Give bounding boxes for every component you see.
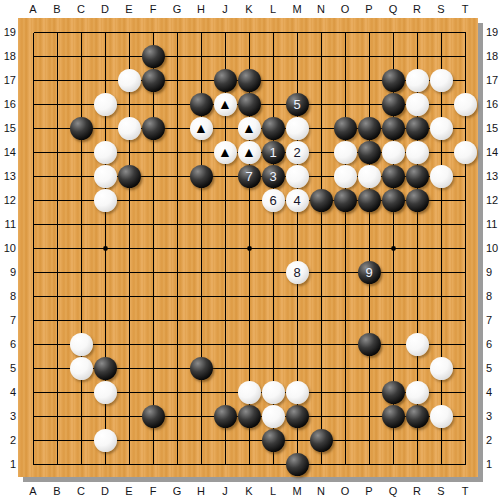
row-label: 11 bbox=[0, 212, 16, 236]
black-stone[interactable] bbox=[382, 165, 405, 188]
white-stone[interactable] bbox=[334, 141, 357, 164]
board-point-H16[interactable] bbox=[189, 92, 213, 116]
move-number: 2 bbox=[293, 146, 300, 159]
black-stone[interactable] bbox=[310, 429, 333, 452]
white-stone[interactable] bbox=[94, 165, 117, 188]
board-point-E15[interactable] bbox=[117, 116, 141, 140]
black-stone[interactable] bbox=[286, 453, 309, 476]
row-label: 12 bbox=[0, 188, 16, 212]
board-point-K15[interactable]: ▲ bbox=[237, 116, 261, 140]
column-labels-bottom: ABCDEFGHJKLMNOPQRST bbox=[21, 482, 477, 499]
board-point-P6[interactable] bbox=[357, 332, 381, 356]
row-label: 14 bbox=[0, 140, 16, 164]
board-point-L14[interactable]: 1 bbox=[261, 140, 285, 164]
black-stone[interactable]: 7 bbox=[238, 165, 261, 188]
column-label: A bbox=[21, 3, 45, 15]
black-stone[interactable] bbox=[382, 405, 405, 428]
board-point-Q16[interactable] bbox=[381, 92, 405, 116]
column-label: R bbox=[405, 485, 429, 497]
board-point-H13[interactable] bbox=[189, 164, 213, 188]
triangle-mark-icon: ▲ bbox=[218, 97, 232, 111]
white-stone[interactable]: ▲ bbox=[238, 141, 261, 164]
board-point-R13[interactable] bbox=[405, 164, 429, 188]
black-stone[interactable] bbox=[286, 405, 309, 428]
board-point-H15[interactable]: ▲ bbox=[189, 116, 213, 140]
black-stone[interactable] bbox=[358, 333, 381, 356]
row-label: 13 bbox=[0, 164, 16, 188]
white-stone[interactable] bbox=[406, 381, 429, 404]
board-point-Q4[interactable] bbox=[381, 380, 405, 404]
column-label: L bbox=[261, 3, 285, 15]
board-point-H5[interactable] bbox=[189, 356, 213, 380]
board-point-K13[interactable]: 7 bbox=[237, 164, 261, 188]
board-point-P13[interactable] bbox=[357, 164, 381, 188]
row-label: 17 bbox=[486, 68, 500, 92]
board-point-P15[interactable] bbox=[357, 116, 381, 140]
move-number: 3 bbox=[269, 170, 276, 183]
black-stone[interactable]: 1 bbox=[262, 141, 285, 164]
black-stone[interactable] bbox=[310, 189, 333, 212]
board-point-R17[interactable] bbox=[405, 68, 429, 92]
black-stone[interactable] bbox=[406, 117, 429, 140]
row-label: 14 bbox=[486, 140, 500, 164]
board-point-O15[interactable] bbox=[333, 116, 357, 140]
column-label: K bbox=[237, 3, 261, 15]
white-stone[interactable] bbox=[430, 69, 453, 92]
board-point-R15[interactable] bbox=[405, 116, 429, 140]
white-stone[interactable] bbox=[430, 165, 453, 188]
board-point-M4[interactable] bbox=[285, 380, 309, 404]
row-label: 12 bbox=[486, 188, 500, 212]
board-point-Q13[interactable] bbox=[381, 164, 405, 188]
board-point-K4[interactable] bbox=[237, 380, 261, 404]
black-stone[interactable] bbox=[142, 69, 165, 92]
row-label: 10 bbox=[0, 236, 16, 260]
board-point-D2[interactable] bbox=[93, 428, 117, 452]
row-label: 18 bbox=[0, 44, 16, 68]
black-stone[interactable] bbox=[406, 165, 429, 188]
black-stone[interactable] bbox=[238, 93, 261, 116]
board-point-O12[interactable] bbox=[333, 188, 357, 212]
white-stone[interactable]: 8 bbox=[286, 261, 309, 284]
move-number: 4 bbox=[293, 194, 300, 207]
column-label: P bbox=[357, 3, 381, 15]
board-point-R14[interactable] bbox=[405, 140, 429, 164]
column-label: M bbox=[285, 3, 309, 15]
row-label: 3 bbox=[486, 404, 500, 428]
board-point-M15[interactable] bbox=[285, 116, 309, 140]
column-label: J bbox=[213, 3, 237, 15]
move-number: 8 bbox=[293, 266, 300, 279]
white-stone[interactable] bbox=[94, 93, 117, 116]
black-stone[interactable] bbox=[382, 93, 405, 116]
black-stone[interactable]: 9 bbox=[358, 261, 381, 284]
board-point-O13[interactable] bbox=[333, 164, 357, 188]
row-label: 19 bbox=[0, 20, 16, 44]
black-stone[interactable] bbox=[382, 189, 405, 212]
white-stone[interactable]: ▲ bbox=[190, 117, 213, 140]
board-point-R3[interactable] bbox=[405, 404, 429, 428]
white-stone[interactable] bbox=[70, 357, 93, 380]
row-label: 8 bbox=[486, 284, 500, 308]
column-label: C bbox=[69, 3, 93, 15]
row-label: 5 bbox=[486, 356, 500, 380]
white-stone[interactable]: ▲ bbox=[214, 141, 237, 164]
board-point-R6[interactable] bbox=[405, 332, 429, 356]
column-labels-top: ABCDEFGHJKLMNOPQRST bbox=[21, 0, 477, 17]
row-label: 6 bbox=[0, 332, 16, 356]
black-stone[interactable] bbox=[190, 93, 213, 116]
row-labels-left: 19181716151413121110987654321 bbox=[0, 20, 16, 476]
black-stone[interactable] bbox=[382, 381, 405, 404]
column-label: O bbox=[333, 485, 357, 497]
move-number: 5 bbox=[293, 98, 300, 111]
black-stone[interactable] bbox=[358, 141, 381, 164]
board-point-T14[interactable] bbox=[453, 140, 477, 164]
board-point-D5[interactable] bbox=[93, 356, 117, 380]
black-stone[interactable] bbox=[190, 165, 213, 188]
column-label: S bbox=[429, 3, 453, 15]
column-label: G bbox=[165, 485, 189, 497]
board-point-D14[interactable] bbox=[93, 140, 117, 164]
triangle-mark-icon: ▲ bbox=[242, 121, 256, 135]
column-label: O bbox=[333, 3, 357, 15]
board-point-F17[interactable] bbox=[141, 68, 165, 92]
black-stone[interactable] bbox=[142, 45, 165, 68]
white-stone[interactable] bbox=[334, 165, 357, 188]
column-label: T bbox=[453, 485, 477, 497]
board-point-S15[interactable] bbox=[429, 116, 453, 140]
white-stone[interactable] bbox=[406, 141, 429, 164]
row-label: 8 bbox=[0, 284, 16, 308]
board-point-L13[interactable]: 3 bbox=[261, 164, 285, 188]
white-stone[interactable]: 2 bbox=[286, 141, 309, 164]
board-grid[interactable]: 51739▲▲▲▲▲2648 bbox=[21, 20, 477, 476]
board-point-E13[interactable] bbox=[117, 164, 141, 188]
board-point-M13[interactable] bbox=[285, 164, 309, 188]
board-point-P12[interactable] bbox=[357, 188, 381, 212]
black-stone[interactable] bbox=[94, 357, 117, 380]
board-point-M12[interactable]: 4 bbox=[285, 188, 309, 212]
board-point-R12[interactable] bbox=[405, 188, 429, 212]
row-label: 1 bbox=[486, 452, 500, 476]
black-stone[interactable] bbox=[262, 117, 285, 140]
board-point-K14[interactable]: ▲ bbox=[237, 140, 261, 164]
column-label: D bbox=[93, 485, 117, 497]
row-label: 9 bbox=[486, 260, 500, 284]
board-point-D4[interactable] bbox=[93, 380, 117, 404]
row-label: 16 bbox=[0, 92, 16, 116]
board-point-F3[interactable] bbox=[141, 404, 165, 428]
board-point-F18[interactable] bbox=[141, 44, 165, 68]
white-stone[interactable] bbox=[358, 165, 381, 188]
board-point-P14[interactable] bbox=[357, 140, 381, 164]
row-labels-right: 19181716151413121110987654321 bbox=[486, 20, 500, 476]
board-point-S5[interactable] bbox=[429, 356, 453, 380]
column-label: R bbox=[405, 3, 429, 15]
black-stone[interactable] bbox=[190, 357, 213, 380]
row-label: 19 bbox=[486, 20, 500, 44]
white-stone[interactable] bbox=[406, 69, 429, 92]
board-point-M3[interactable] bbox=[285, 404, 309, 428]
white-stone[interactable] bbox=[430, 405, 453, 428]
column-label: P bbox=[357, 485, 381, 497]
board-point-P9[interactable]: 9 bbox=[357, 260, 381, 284]
column-label: Q bbox=[381, 3, 405, 15]
board-point-N2[interactable] bbox=[309, 428, 333, 452]
row-label: 16 bbox=[486, 92, 500, 116]
row-label: 7 bbox=[0, 308, 16, 332]
column-label: B bbox=[45, 485, 69, 497]
row-label: 6 bbox=[486, 332, 500, 356]
black-stone[interactable] bbox=[118, 165, 141, 188]
black-stone[interactable] bbox=[406, 405, 429, 428]
board-point-K16[interactable] bbox=[237, 92, 261, 116]
black-stone[interactable] bbox=[262, 429, 285, 452]
move-number: 7 bbox=[245, 170, 252, 183]
row-label: 15 bbox=[486, 116, 500, 140]
column-label: A bbox=[21, 485, 45, 497]
white-stone[interactable] bbox=[430, 117, 453, 140]
row-label: 17 bbox=[0, 68, 16, 92]
row-label: 10 bbox=[486, 236, 500, 260]
triangle-mark-icon: ▲ bbox=[194, 121, 208, 135]
white-stone[interactable] bbox=[286, 381, 309, 404]
white-stone[interactable]: 4 bbox=[286, 189, 309, 212]
column-label: L bbox=[261, 485, 285, 497]
board-point-E17[interactable] bbox=[117, 68, 141, 92]
board-point-L12[interactable]: 6 bbox=[261, 188, 285, 212]
board-point-Q12[interactable] bbox=[381, 188, 405, 212]
board-point-L15[interactable] bbox=[261, 116, 285, 140]
board-point-L2[interactable] bbox=[261, 428, 285, 452]
white-stone[interactable] bbox=[94, 381, 117, 404]
board-point-S13[interactable] bbox=[429, 164, 453, 188]
black-stone[interactable] bbox=[214, 69, 237, 92]
board-point-D12[interactable] bbox=[93, 188, 117, 212]
row-label: 13 bbox=[486, 164, 500, 188]
board-point-K3[interactable] bbox=[237, 404, 261, 428]
row-label: 9 bbox=[0, 260, 16, 284]
column-label: K bbox=[237, 485, 261, 497]
column-label: T bbox=[453, 3, 477, 15]
board-point-Q17[interactable] bbox=[381, 68, 405, 92]
white-stone[interactable] bbox=[238, 381, 261, 404]
board-point-M9[interactable]: 8 bbox=[285, 260, 309, 284]
board-point-R16[interactable] bbox=[405, 92, 429, 116]
board-point-Q3[interactable] bbox=[381, 404, 405, 428]
move-number: 1 bbox=[269, 146, 276, 159]
white-stone[interactable] bbox=[94, 429, 117, 452]
white-stone[interactable]: 6 bbox=[262, 189, 285, 212]
column-label: E bbox=[117, 485, 141, 497]
white-stone[interactable] bbox=[406, 93, 429, 116]
row-label: 1 bbox=[0, 452, 16, 476]
white-stone[interactable] bbox=[118, 69, 141, 92]
board-point-M14[interactable]: 2 bbox=[285, 140, 309, 164]
column-label: S bbox=[429, 485, 453, 497]
black-stone[interactable] bbox=[70, 117, 93, 140]
column-label: N bbox=[309, 485, 333, 497]
move-number: 9 bbox=[365, 266, 372, 279]
black-stone[interactable] bbox=[382, 69, 405, 92]
black-stone[interactable] bbox=[334, 189, 357, 212]
white-stone[interactable] bbox=[454, 141, 477, 164]
board-point-N12[interactable] bbox=[309, 188, 333, 212]
board-point-S3[interactable] bbox=[429, 404, 453, 428]
board-point-M1[interactable] bbox=[285, 452, 309, 476]
board-point-R4[interactable] bbox=[405, 380, 429, 404]
column-label: G bbox=[165, 3, 189, 15]
column-label: H bbox=[189, 485, 213, 497]
white-stone[interactable] bbox=[406, 333, 429, 356]
board-point-C15[interactable] bbox=[69, 116, 93, 140]
row-label: 4 bbox=[0, 380, 16, 404]
triangle-mark-icon: ▲ bbox=[242, 145, 256, 159]
white-stone[interactable] bbox=[262, 381, 285, 404]
move-number: 6 bbox=[269, 194, 276, 207]
column-label: N bbox=[309, 3, 333, 15]
row-label: 4 bbox=[486, 380, 500, 404]
column-label: F bbox=[141, 3, 165, 15]
board-point-L3[interactable] bbox=[261, 404, 285, 428]
black-stone[interactable] bbox=[406, 189, 429, 212]
black-stone[interactable] bbox=[382, 117, 405, 140]
board-point-S17[interactable] bbox=[429, 68, 453, 92]
row-label: 11 bbox=[486, 212, 500, 236]
white-stone[interactable]: ▲ bbox=[214, 93, 237, 116]
board-point-Q15[interactable] bbox=[381, 116, 405, 140]
black-stone[interactable] bbox=[142, 117, 165, 140]
board-point-J16[interactable]: ▲ bbox=[213, 92, 237, 116]
triangle-mark-icon: ▲ bbox=[218, 145, 232, 159]
board-point-J3[interactable] bbox=[213, 404, 237, 428]
white-stone[interactable] bbox=[94, 141, 117, 164]
black-stone[interactable] bbox=[214, 405, 237, 428]
board-point-L4[interactable] bbox=[261, 380, 285, 404]
board-point-F15[interactable] bbox=[141, 116, 165, 140]
column-label: B bbox=[45, 3, 69, 15]
row-label: 2 bbox=[486, 428, 500, 452]
white-stone[interactable]: ▲ bbox=[238, 117, 261, 140]
board-point-C5[interactable] bbox=[69, 356, 93, 380]
white-stone[interactable] bbox=[94, 189, 117, 212]
board-point-Q14[interactable] bbox=[381, 140, 405, 164]
black-stone[interactable] bbox=[334, 117, 357, 140]
board-point-T16[interactable] bbox=[453, 92, 477, 116]
white-stone[interactable] bbox=[454, 93, 477, 116]
column-label: E bbox=[117, 3, 141, 15]
white-stone[interactable] bbox=[382, 141, 405, 164]
row-label: 7 bbox=[486, 308, 500, 332]
black-stone[interactable]: 3 bbox=[262, 165, 285, 188]
column-label: Q bbox=[381, 485, 405, 497]
column-label: D bbox=[93, 3, 117, 15]
board-point-J17[interactable] bbox=[213, 68, 237, 92]
black-stone[interactable] bbox=[238, 69, 261, 92]
column-label: C bbox=[69, 485, 93, 497]
board-point-O14[interactable] bbox=[333, 140, 357, 164]
white-stone[interactable] bbox=[286, 117, 309, 140]
column-label: M bbox=[285, 485, 309, 497]
black-stone[interactable] bbox=[358, 189, 381, 212]
board-point-D13[interactable] bbox=[93, 164, 117, 188]
black-stone[interactable] bbox=[358, 117, 381, 140]
row-label: 2 bbox=[0, 428, 16, 452]
column-label: H bbox=[189, 3, 213, 15]
board-point-C6[interactable] bbox=[69, 332, 93, 356]
white-stone[interactable] bbox=[70, 333, 93, 356]
white-stone[interactable] bbox=[430, 357, 453, 380]
row-label: 18 bbox=[486, 44, 500, 68]
white-stone[interactable] bbox=[286, 165, 309, 188]
row-label: 5 bbox=[0, 356, 16, 380]
board-point-M16[interactable]: 5 bbox=[285, 92, 309, 116]
black-stone[interactable] bbox=[238, 405, 261, 428]
white-stone[interactable] bbox=[262, 405, 285, 428]
board-point-D16[interactable] bbox=[93, 92, 117, 116]
row-label: 3 bbox=[0, 404, 16, 428]
black-stone[interactable]: 5 bbox=[286, 93, 309, 116]
black-stone[interactable] bbox=[142, 405, 165, 428]
row-label: 15 bbox=[0, 116, 16, 140]
board-point-K17[interactable] bbox=[237, 68, 261, 92]
white-stone[interactable] bbox=[118, 117, 141, 140]
board-point-J14[interactable]: ▲ bbox=[213, 140, 237, 164]
column-label: J bbox=[213, 485, 237, 497]
column-label: F bbox=[141, 485, 165, 497]
